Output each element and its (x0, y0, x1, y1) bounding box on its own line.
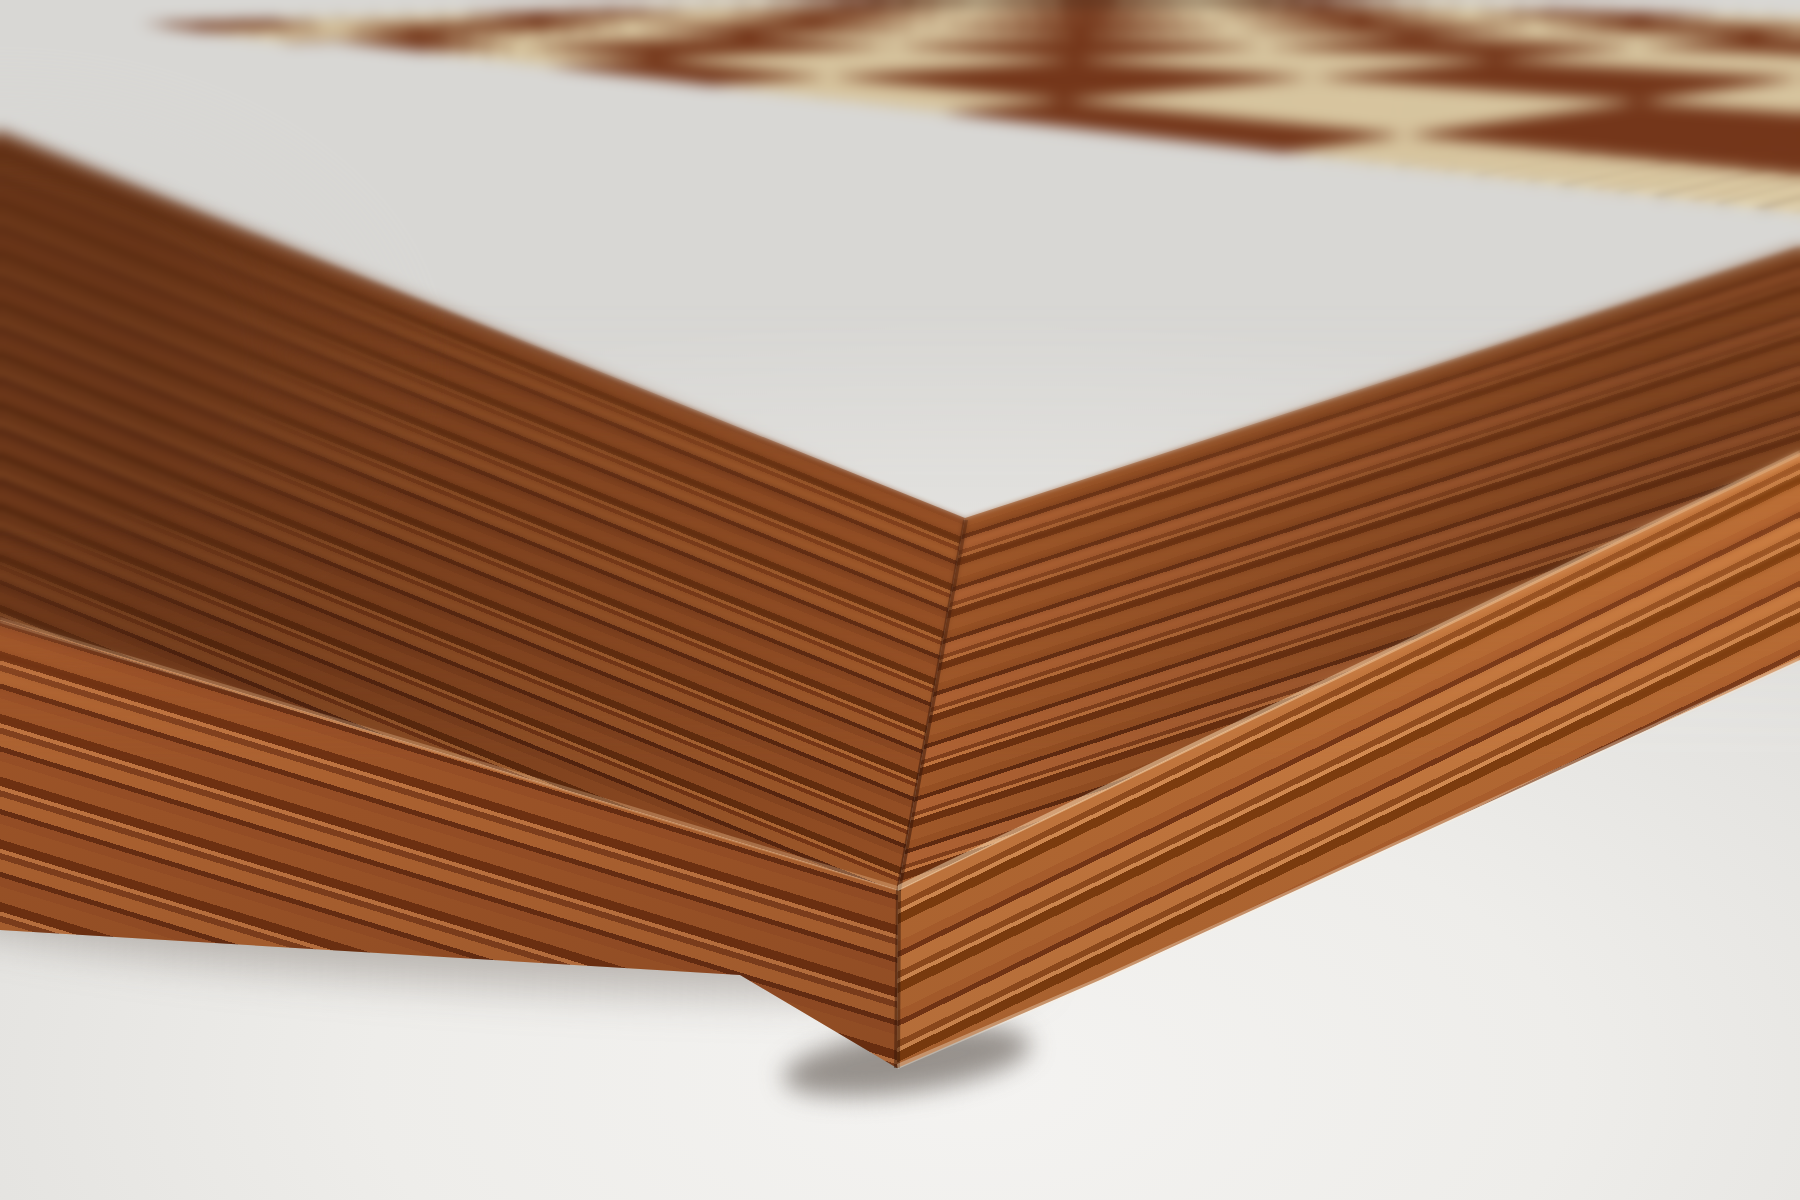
chessboard-corner-photo (0, 0, 1800, 1200)
